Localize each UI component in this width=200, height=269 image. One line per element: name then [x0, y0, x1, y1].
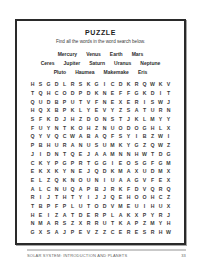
grid-cell: A	[93, 132, 101, 141]
grid-cell: I	[157, 89, 165, 98]
grid-cell: A	[117, 210, 125, 219]
grid-cell: U	[109, 123, 117, 132]
grid-cell: R	[157, 210, 165, 219]
grid-cell: R	[53, 219, 61, 228]
grid-cell: T	[29, 89, 37, 98]
grid-cell: I	[45, 210, 53, 219]
grid-cell: N	[69, 167, 77, 176]
grid-cell: W	[157, 132, 165, 141]
grid-cell: C	[109, 228, 117, 237]
grid-cell: R	[157, 184, 165, 193]
grid-cell: K	[93, 89, 101, 98]
grid-cell: K	[53, 167, 61, 176]
grid-cell: A	[69, 141, 77, 150]
grid-cell: K	[109, 167, 117, 176]
grid-cell: Z	[165, 193, 173, 202]
grid-cell: P	[61, 97, 69, 106]
grid-cell: K	[141, 89, 149, 98]
grid-cell: V	[85, 228, 93, 237]
grid-cell: Y	[149, 210, 157, 219]
grid-cell: U	[133, 202, 141, 211]
grid-cell: U	[101, 141, 109, 150]
grid-cell: U	[69, 97, 77, 106]
grid-cell: Q	[53, 132, 61, 141]
grid-cell: R	[29, 193, 37, 202]
grid-cell: E	[93, 106, 101, 115]
grid-cell: A	[77, 132, 85, 141]
grid-cell: V	[165, 80, 173, 89]
grid-cell: O	[93, 115, 101, 124]
grid-cell: B	[93, 184, 101, 193]
grid-cell: O	[61, 89, 69, 98]
grid-cell: D	[85, 115, 93, 124]
grid-cell: D	[125, 123, 133, 132]
grid-cell: D	[157, 150, 165, 159]
word-list-item: Uranus	[114, 60, 131, 66]
grid-cell: H	[149, 193, 157, 202]
grid-cell: X	[165, 176, 173, 185]
grid-cell: Y	[45, 158, 53, 167]
grid-cell: K	[125, 210, 133, 219]
grid-cell: K	[45, 115, 53, 124]
grid-cell: B	[141, 132, 149, 141]
grid-cell: T	[85, 202, 93, 211]
page-footer: SOLAR SYSTEM: INTRODUCTION AND PLANETS 3…	[27, 249, 186, 258]
grid-cell: U	[77, 202, 85, 211]
grid-cell: A	[125, 167, 133, 176]
grid-cell: M	[157, 167, 165, 176]
grid-cell: I	[133, 132, 141, 141]
grid-cell: P	[101, 210, 109, 219]
grid-cell: X	[77, 219, 85, 228]
grid-cell: X	[45, 167, 53, 176]
grid-cell: L	[77, 106, 85, 115]
grid-cell: V	[101, 106, 109, 115]
grid-cell: I	[85, 193, 93, 202]
grid-cell: R	[133, 80, 141, 89]
grid-cell: Z	[141, 141, 149, 150]
grid-cell: H	[149, 202, 157, 211]
grid-cell: V	[109, 202, 117, 211]
grid-cell: E	[109, 97, 117, 106]
grid-cell: X	[133, 210, 141, 219]
grid-cell: X	[133, 167, 141, 176]
grid-cell: Q	[37, 89, 45, 98]
grid-cell: R	[93, 219, 101, 228]
grid-cell: R	[69, 80, 77, 89]
grid-cell: M	[117, 202, 125, 211]
grid-cell: I	[141, 97, 149, 106]
grid-cell: I	[37, 150, 45, 159]
grid-cell: S	[45, 228, 53, 237]
grid-cell: A	[45, 219, 53, 228]
grid-cell: O	[133, 193, 141, 202]
grid-cell: Q	[141, 80, 149, 89]
grid-cell: C	[109, 80, 117, 89]
grid-cell: B	[37, 141, 45, 150]
grid-cell: U	[101, 219, 109, 228]
grid-cell: A	[125, 176, 133, 185]
grid-cell: G	[101, 158, 109, 167]
word-list-item: Jupiter	[64, 60, 81, 66]
grid-cell: T	[165, 89, 173, 98]
grid-cell: K	[117, 219, 125, 228]
grid-cell: H	[69, 115, 77, 124]
grid-cell: D	[101, 202, 109, 211]
grid-cell: B	[37, 202, 45, 211]
word-list-item: Neptune	[140, 60, 160, 66]
grid-cell: U	[149, 106, 157, 115]
grid-cell: I	[165, 132, 173, 141]
grid-cell: G	[157, 158, 165, 167]
grid-cell: P	[61, 106, 69, 115]
word-list-item: Mars	[132, 51, 144, 57]
grid-cell: Y	[125, 132, 133, 141]
grid-cell: S	[149, 97, 157, 106]
grid-cell: Y	[165, 115, 173, 124]
grid-cell: H	[61, 193, 69, 202]
grid-cell: F	[93, 97, 101, 106]
grid-cell: R	[125, 228, 133, 237]
grid-cell: Z	[53, 210, 61, 219]
word-list-item: Eris	[138, 69, 147, 75]
grid-cell: E	[125, 202, 133, 211]
word-list-item: Venus	[86, 51, 101, 57]
grid-cell: Q	[165, 184, 173, 193]
grid-cell: D	[133, 184, 141, 193]
grid-cell: T	[69, 193, 77, 202]
grid-cell: T	[85, 158, 93, 167]
grid-cell: P	[45, 202, 53, 211]
word-list-row: PlutoHaumeaMakemakeEris	[17, 67, 184, 76]
grid-cell: S	[125, 106, 133, 115]
grid-cell: N	[29, 219, 37, 228]
grid-cell: E	[117, 158, 125, 167]
grid-cell: S	[109, 115, 117, 124]
grid-cell: U	[85, 176, 93, 185]
grid-cell: Q	[29, 97, 37, 106]
grid-cell: F	[117, 89, 125, 98]
footer-rule	[27, 249, 186, 251]
grid-cell: T	[61, 123, 69, 132]
grid-cell: T	[149, 150, 157, 159]
grid-cell: D	[45, 150, 53, 159]
grid-cell: O	[133, 123, 141, 132]
grid-cell: F	[37, 115, 45, 124]
grid-cell: D	[45, 97, 53, 106]
grid-cell: P	[133, 219, 141, 228]
grid-cell: L	[69, 202, 77, 211]
grid-cell: Q	[69, 184, 77, 193]
grid-cell: J	[93, 193, 101, 202]
grid-cell: U	[141, 167, 149, 176]
grid-cell: U	[109, 176, 117, 185]
grid-cell: E	[157, 176, 165, 185]
grid-cell: H	[45, 89, 53, 98]
grid-cell: Y	[77, 193, 85, 202]
grid-cell: R	[157, 106, 165, 115]
grid-cell: F	[109, 132, 117, 141]
grid-cell: H	[165, 219, 173, 228]
grid-cell: Z	[93, 228, 101, 237]
grid-cell: K	[117, 141, 125, 150]
grid-cell: O	[77, 176, 85, 185]
grid-cell: G	[133, 141, 141, 150]
grid-cell: L	[157, 123, 165, 132]
grid-cell: M	[165, 158, 173, 167]
grid-cell: J	[101, 184, 109, 193]
grid-cell: N	[77, 141, 85, 150]
grid-cell: T	[77, 97, 85, 106]
grid-cell: Q	[149, 141, 157, 150]
grid-cell: H	[85, 123, 93, 132]
grid-cell: E	[37, 210, 45, 219]
word-list-item: Ceres	[41, 60, 55, 66]
grid-cell: N	[101, 123, 109, 132]
grid-cell: Z	[69, 219, 77, 228]
grid-cell: O	[125, 158, 133, 167]
grid-cell: H	[29, 106, 37, 115]
grid-cell: V	[85, 97, 93, 106]
grid-cell: J	[165, 210, 173, 219]
grid-cell: U	[157, 202, 165, 211]
grid-cell: X	[117, 97, 125, 106]
grid-cell: E	[77, 167, 85, 176]
grid-cell: A	[53, 228, 61, 237]
grid-cell: C	[53, 89, 61, 98]
grid-cell: K	[85, 80, 93, 89]
grid-cell: T	[61, 150, 69, 159]
grid-cell: B	[53, 106, 61, 115]
grid-cell: F	[53, 202, 61, 211]
grid-cell: Z	[77, 115, 85, 124]
grid-cell: N	[101, 115, 109, 124]
grid-cell: E	[77, 228, 85, 237]
grid-cell: D	[53, 80, 61, 89]
grid-cell: P	[53, 158, 61, 167]
grid-cell: K	[69, 123, 77, 132]
grid-cell: E	[29, 176, 37, 185]
grid-cell: D	[149, 167, 157, 176]
grid-cell: T	[117, 115, 125, 124]
grid-cell: Z	[165, 141, 173, 150]
grid-cell: K	[133, 115, 141, 124]
grid-cell: U	[85, 141, 93, 150]
grid-cell: A	[61, 210, 69, 219]
grid-cell: H	[149, 123, 157, 132]
grid-cell: G	[133, 89, 141, 98]
grid-cell: Q	[37, 106, 45, 115]
grid-cell: D	[149, 89, 157, 98]
grid-cell: Q	[29, 132, 37, 141]
grid-cell: D	[69, 89, 77, 98]
grid-cell: S	[133, 158, 141, 167]
grid-cell: G	[93, 158, 101, 167]
grid-cell: N	[93, 176, 101, 185]
grid-cell: J	[101, 193, 109, 202]
grid-cell: F	[125, 184, 133, 193]
grid-cell: N	[165, 106, 173, 115]
grid-cell: U	[37, 97, 45, 106]
footer-page-number: 33	[181, 253, 186, 258]
grid-cell: M	[149, 115, 157, 124]
grid-cell: L	[37, 176, 45, 185]
grid-cell: U	[53, 141, 61, 150]
grid-cell: R	[61, 141, 69, 150]
grid-cell: Q	[101, 132, 109, 141]
grid-cell: P	[77, 89, 85, 98]
grid-cell: E	[109, 89, 117, 98]
footer-book-title: SOLAR SYSTEM: INTRODUCTION AND PLANETS	[27, 253, 127, 258]
grid-cell: S	[117, 132, 125, 141]
grid-cell: M	[117, 167, 125, 176]
grid-cell: G	[165, 150, 173, 159]
grid-cell: V	[141, 184, 149, 193]
grid-cell: Y	[125, 141, 133, 150]
grid-cell: A	[77, 184, 85, 193]
grid-cell: E	[125, 97, 133, 106]
grid-cell: L	[141, 115, 149, 124]
word-list-item: Earth	[110, 51, 123, 57]
grid-cell: W	[157, 97, 165, 106]
grid-cell: M	[37, 219, 45, 228]
grid-cell: H	[125, 193, 133, 202]
grid-cell: P	[69, 158, 77, 167]
grid-cell: A	[93, 150, 101, 159]
grid-cell: J	[61, 115, 69, 124]
grid-cell: P	[85, 184, 93, 193]
grid-cell: A	[133, 106, 141, 115]
word-list: MercuryVenusEarthMarsCeresJupiterSaturnU…	[17, 49, 184, 76]
grid-cell: V	[141, 176, 149, 185]
grid-cell: N	[101, 97, 109, 106]
grid-cell: G	[133, 176, 141, 185]
grid-cell: U	[37, 123, 45, 132]
grid-cell: J	[165, 97, 173, 106]
grid-cell: F	[125, 89, 133, 98]
grid-cell: R	[133, 97, 141, 106]
grid-cell: D	[53, 115, 61, 124]
word-list-row: MercuryVenusEarthMars	[17, 49, 184, 58]
grid-cell: D	[85, 89, 93, 98]
grid-cell: Y	[61, 167, 69, 176]
grid-cell: C	[157, 193, 165, 202]
grid-cell: E	[117, 193, 125, 202]
grid-cell: O	[141, 193, 149, 202]
grid-cell: N	[53, 150, 61, 159]
grid-cell: B	[85, 132, 93, 141]
word-list-item: Saturn	[89, 60, 105, 66]
grid-cell: O	[93, 202, 101, 211]
grid-cell: L	[61, 80, 69, 89]
grid-cell: K	[69, 106, 77, 115]
grid-cell: K	[37, 167, 45, 176]
grid-cell: Q	[69, 150, 77, 159]
grid-cell: N	[53, 184, 61, 193]
puzzle-title: PUZZLE	[17, 29, 184, 36]
grid-cell: N	[117, 150, 125, 159]
grid-cell: E	[29, 167, 37, 176]
grid-cell: L	[37, 184, 45, 193]
grid-cell: K	[125, 80, 133, 89]
puzzle-box: PUZZLE Find all the words in the word se…	[15, 19, 186, 245]
grid-cell: G	[93, 80, 101, 89]
grid-cell: H	[45, 141, 53, 150]
grid-cell: P	[29, 141, 37, 150]
grid-cell: E	[85, 210, 93, 219]
grid-cell: N	[125, 150, 133, 159]
grid-cell: J	[29, 150, 37, 159]
grid-cell: T	[69, 210, 77, 219]
grid-cell: H	[29, 80, 37, 89]
grid-cell: Q	[109, 193, 117, 202]
grid-cell: I	[109, 158, 117, 167]
grid-cell: Y	[37, 132, 45, 141]
grid-cell: X	[45, 106, 53, 115]
grid-cell: X	[165, 202, 173, 211]
grid-cell: K	[37, 158, 45, 167]
grid-cell: W	[157, 141, 165, 150]
grid-cell: Q	[93, 167, 101, 176]
grid-cell: U	[61, 184, 69, 193]
word-search-grid: HSGDLRSKGICDKRQWKVTQHCODPDKNEFFGKDITQUDB…	[29, 80, 173, 236]
grid-cell: W	[141, 150, 149, 159]
grid-cell: S	[37, 80, 45, 89]
grid-cell: A	[117, 176, 125, 185]
grid-cell: S	[93, 141, 101, 150]
grid-cell: Z	[101, 228, 109, 237]
grid-cell: J	[85, 167, 93, 176]
grid-cell: N	[69, 176, 77, 185]
grid-cell: R	[149, 228, 157, 237]
grid-cell: Z	[117, 106, 125, 115]
grid-cell: I	[101, 176, 109, 185]
grid-cell: X	[165, 123, 173, 132]
grid-cell: D	[117, 80, 125, 89]
grid-cell: G	[141, 123, 149, 132]
grid-cell: E	[117, 228, 125, 237]
grid-cell: R	[77, 158, 85, 167]
grid-cell: Y	[85, 106, 93, 115]
grid-cell: M	[149, 219, 157, 228]
grid-cell: K	[117, 184, 125, 193]
grid-cell: W	[69, 132, 77, 141]
grid-cell: Y	[45, 123, 53, 132]
grid-cell: G	[29, 228, 37, 237]
grid-cell: S	[77, 80, 85, 89]
grid-cell: R	[109, 184, 117, 193]
grid-cell: D	[77, 210, 85, 219]
grid-cell: K	[157, 80, 165, 89]
grid-cell: Z	[45, 176, 53, 185]
grid-cell: J	[85, 150, 93, 159]
grid-cell: O	[77, 123, 85, 132]
grid-cell: X	[37, 228, 45, 237]
grid-cell: A	[29, 184, 37, 193]
grid-cell: M	[109, 150, 117, 159]
grid-cell: Z	[93, 123, 101, 132]
grid-cell: Y	[157, 219, 165, 228]
grid-cell: H	[157, 228, 165, 237]
grid-cell: J	[61, 228, 69, 237]
grid-cell: W	[165, 228, 173, 237]
grid-cell: E	[133, 228, 141, 237]
grid-cell: A	[125, 219, 133, 228]
grid-cell: B	[53, 97, 61, 106]
grid-cell: A	[101, 150, 109, 159]
grid-cell: D	[101, 167, 109, 176]
grid-cell: F	[149, 176, 157, 185]
